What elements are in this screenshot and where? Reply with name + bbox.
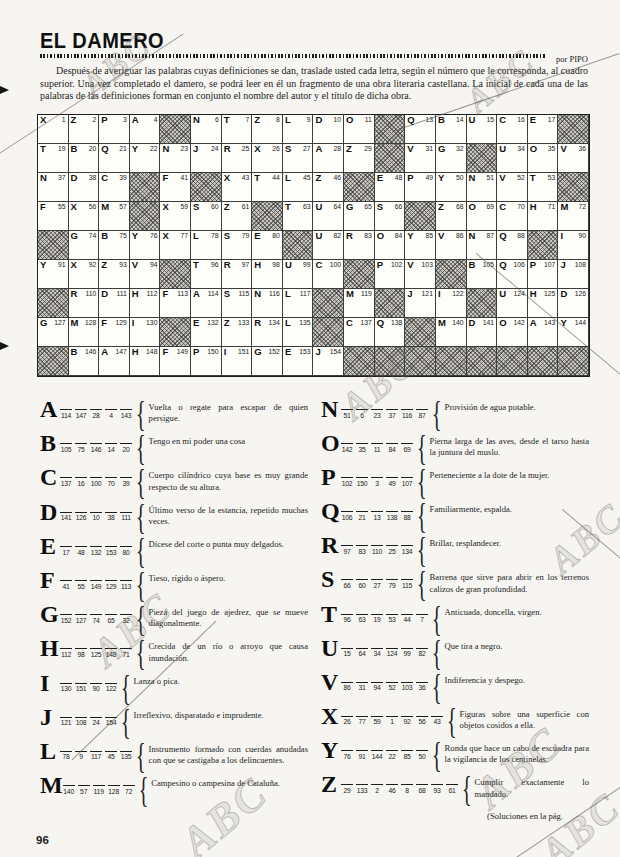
letter-cell[interactable]: G65 (344, 202, 375, 231)
clue-text: Pieza del juego de ajedrez, que se mueve… (149, 607, 308, 629)
answer-slot[interactable]: 85 (401, 750, 413, 760)
letter-cell[interactable]: P49 (405, 173, 436, 202)
letter-cell[interactable]: B75 (99, 231, 130, 260)
answer-slot[interactable]: 9 (75, 751, 87, 761)
answer-slot[interactable]: 4 (105, 409, 117, 419)
letter-cell[interactable]: Y144 (558, 318, 589, 347)
answer-slot[interactable]: 24 (90, 717, 102, 727)
letter-cell[interactable]: Q21 (99, 144, 130, 173)
letter-cell[interactable]: O11 (344, 115, 375, 144)
answer-slot[interactable]: 117 (90, 751, 102, 761)
answer-slot[interactable]: 108 (75, 717, 87, 727)
answer-slot[interactable]: 138 (386, 511, 398, 521)
answer-slot[interactable]: 53 (386, 614, 398, 624)
letter-cell[interactable]: H71 (528, 202, 559, 231)
answer-slot[interactable]: 14 (105, 443, 117, 453)
cell-number: 83 (364, 232, 372, 239)
answer-slot[interactable]: 141 (60, 512, 72, 522)
answer-slot[interactable]: 29 (341, 784, 353, 794)
letter-cell[interactable]: L135 (283, 318, 314, 347)
answer-slot[interactable]: 66 (341, 579, 353, 589)
letter-cell[interactable]: Y50 (436, 173, 467, 202)
answer-slot[interactable]: 49 (386, 477, 398, 487)
letter-cell[interactable]: V36 (558, 144, 589, 173)
cell-clue-letter: V (132, 260, 138, 270)
answer-slot[interactable]: 74 (90, 614, 102, 624)
letter-cell[interactable]: G32 (436, 144, 467, 173)
answer-slot[interactable]: 154 (105, 717, 117, 727)
answer-slot[interactable]: 21 (356, 511, 368, 521)
cell-number: 85 (425, 232, 433, 239)
slot-number: 138 (387, 514, 398, 521)
letter-cell[interactable]: J154 (313, 347, 344, 376)
answer-slot[interactable]: 61 (446, 784, 458, 794)
letter-dash (75, 443, 87, 444)
answer-slot[interactable]: 10 (90, 512, 102, 522)
letter-cell[interactable]: V52 (497, 173, 528, 202)
answer-slot[interactable]: 72 (123, 785, 135, 795)
letter-dash (416, 682, 428, 683)
answer-slot[interactable]: 41 (60, 580, 72, 590)
slot-number: 132 (91, 549, 102, 556)
letter-cell[interactable]: M140 (436, 318, 467, 347)
cell-number: 112 (147, 290, 158, 297)
letter-cell[interactable]: T63 (283, 202, 314, 231)
answer-slot[interactable]: 8 (401, 784, 413, 794)
answer-slot[interactable]: 65 (105, 614, 117, 624)
letter-cell[interactable]: C137 (344, 318, 375, 347)
answer-slot[interactable]: 112 (60, 648, 72, 658)
answer-slot[interactable]: 55 (75, 580, 87, 590)
answer-slot[interactable]: 70 (105, 477, 117, 487)
answer-slot[interactable]: 107 (401, 477, 413, 487)
slot-number: 79 (388, 582, 395, 589)
letter-cell[interactable]: C70 (497, 202, 528, 231)
letter-cell[interactable]: P150 (191, 347, 222, 376)
answer-slot[interactable]: 143 (120, 409, 132, 419)
answer-slot[interactable]: 35 (356, 443, 368, 453)
definitions-right-column: N516233711687{Provisión de agua potable.… (321, 399, 589, 821)
letter-cell[interactable]: B14 (436, 115, 467, 144)
answer-slot[interactable]: 142 (341, 443, 353, 453)
letter-cell[interactable]: J24 (191, 144, 222, 173)
letter-cell[interactable]: T53 (528, 173, 559, 202)
letter-cell[interactable]: C16 (497, 115, 528, 144)
letter-cell[interactable]: Z2 (69, 115, 100, 144)
answer-slot[interactable]: 94 (371, 682, 383, 692)
answer-slot[interactable]: 124 (386, 648, 398, 658)
letter-cell[interactable]: P107 (528, 260, 559, 289)
cell-number: 3 (123, 116, 127, 123)
answer-slot[interactable]: 59 (371, 716, 383, 726)
letter-cell[interactable]: S60 (191, 202, 222, 231)
letter-cell[interactable]: I151 (222, 347, 253, 376)
letter-cell[interactable]: T96 (191, 260, 222, 289)
answer-slot[interactable]: 148 (105, 648, 117, 658)
letter-cell[interactable]: R134 (252, 318, 283, 347)
letter-cell[interactable]: F129 (99, 318, 130, 347)
letter-cell[interactable]: Y22 (130, 144, 161, 173)
answer-slot[interactable]: 87 (416, 409, 428, 419)
answer-slot[interactable]: 69 (401, 443, 413, 453)
letter-cell[interactable]: X59 (160, 202, 191, 231)
answer-slot[interactable]: 45 (105, 751, 117, 761)
answer-slot[interactable]: 80 (120, 546, 132, 556)
answer-slot[interactable]: 116 (401, 409, 413, 419)
letter-cell[interactable]: U99 (283, 260, 314, 289)
answer-slot[interactable]: 2 (371, 784, 383, 794)
letter-cell[interactable]: A4 (130, 115, 161, 144)
answer-slot[interactable]: 114 (60, 409, 72, 419)
letter-cell[interactable]: J108 (558, 260, 589, 289)
answer-slot[interactable]: 46 (386, 784, 398, 794)
answer-slot[interactable]: 34 (371, 648, 383, 658)
letter-cell[interactable]: N6 (191, 115, 222, 144)
definitions-left-column: A114147284143{Vuelta o regate para escap… (40, 399, 308, 821)
letter-cell[interactable]: C100 (313, 260, 344, 289)
answer-slot[interactable]: 93 (431, 784, 443, 794)
answer-slot[interactable]: 149 (90, 580, 102, 590)
answer-slot[interactable]: 115 (401, 579, 413, 589)
cell-clue-letter: H (132, 347, 139, 357)
answer-slot[interactable]: 32 (120, 614, 132, 624)
letter-cell[interactable]: L117 (283, 289, 314, 318)
letter-cell[interactable]: U15 (467, 115, 498, 144)
cell-number: 129 (115, 319, 126, 326)
answer-slot[interactable]: 56 (416, 716, 428, 726)
letter-cell[interactable]: X43 (222, 173, 253, 202)
answer-slot[interactable]: 6 (356, 409, 368, 419)
letter-cell[interactable]: C39 (99, 173, 130, 202)
letter-cell[interactable]: X77 (160, 231, 191, 260)
answer-slot[interactable]: 60 (356, 579, 368, 589)
letter-cell[interactable]: G74 (69, 231, 100, 260)
answer-slot[interactable]: 17 (60, 546, 72, 556)
letter-cell[interactable]: Y85 (405, 231, 436, 260)
letter-dash (105, 409, 117, 410)
letter-cell[interactable]: L78 (191, 231, 222, 260)
letter-cell[interactable]: A143 (528, 318, 559, 347)
cell-number: 26 (272, 145, 280, 152)
answer-slot[interactable]: 150 (356, 477, 368, 487)
letter-cell[interactable]: T19 (38, 144, 69, 173)
slot-number: 22 (388, 753, 395, 760)
letter-cell[interactable]: O142 (497, 318, 528, 347)
answer-slot[interactable]: 43 (431, 716, 443, 726)
letter-cell[interactable]: E80 (252, 231, 283, 260)
answer-slot[interactable]: 99 (401, 648, 413, 658)
answer-slot[interactable]: 84 (386, 443, 398, 453)
answer-slot[interactable]: 76 (341, 750, 353, 760)
answer-slot[interactable]: 135 (120, 751, 132, 761)
answer-slot[interactable]: 57 (78, 785, 90, 795)
slot-number: 32 (122, 617, 129, 624)
answer-slot[interactable]: 83 (356, 545, 368, 555)
letter-cell[interactable]: B105 (467, 260, 498, 289)
answer-slot[interactable]: 129 (105, 580, 117, 590)
letter-cell[interactable]: Z93 (99, 260, 130, 289)
letter-cell[interactable]: H98 (252, 260, 283, 289)
letter-cell[interactable]: I90 (558, 231, 589, 260)
answer-slot[interactable]: 98 (75, 648, 87, 658)
letter-cell[interactable]: B20 (69, 144, 100, 173)
answer-slot[interactable]: 27 (371, 579, 383, 589)
letter-cell[interactable]: B146 (69, 347, 100, 376)
answer-slot[interactable]: 106 (341, 511, 353, 521)
answer-slot[interactable]: 44 (401, 614, 413, 624)
letter-cell[interactable]: N51 (467, 173, 498, 202)
letter-cell[interactable]: T7 (222, 115, 253, 144)
letter-cell[interactable]: I122 (436, 289, 467, 318)
blocked-cell (160, 115, 191, 144)
answer-slot[interactable]: 122 (105, 683, 117, 693)
letter-cell[interactable]: P102 (375, 260, 406, 289)
letter-dash (356, 750, 368, 751)
letter-dash (341, 750, 353, 751)
letter-cell[interactable]: R97 (222, 260, 253, 289)
answer-slot[interactable]: 105 (60, 443, 72, 453)
letter-cell[interactable]: F149 (160, 347, 191, 376)
letter-cell[interactable]: N37 (38, 173, 69, 202)
letter-cell[interactable]: Q88 (497, 231, 528, 260)
letter-cell[interactable]: Z8 (252, 115, 283, 144)
answer-slot[interactable]: 110 (371, 545, 383, 555)
brace-glyph: { (121, 704, 131, 739)
letter-cell[interactable]: M119 (344, 289, 375, 318)
letter-dash (75, 580, 87, 581)
letter-cell[interactable]: A28 (313, 144, 344, 173)
letter-cell[interactable]: Z29 (344, 144, 375, 173)
answer-slot[interactable]: 78 (60, 751, 72, 761)
answer-slot[interactable]: 79 (386, 579, 398, 589)
answer-slot[interactable]: 88 (401, 511, 413, 521)
letter-cell[interactable]: S27 (283, 144, 314, 173)
answer-slot[interactable]: 126 (75, 512, 87, 522)
letter-cell[interactable]: X1 (38, 115, 69, 144)
answer-slot[interactable]: 50 (416, 750, 428, 760)
answer-slot[interactable]: 38 (105, 512, 117, 522)
answer-slot[interactable]: 28 (90, 409, 102, 419)
answer-slot[interactable]: 130 (60, 683, 72, 693)
letter-cell[interactable]: Z133 (222, 318, 253, 347)
answer-slot[interactable]: 75 (75, 443, 87, 453)
cell-clue-letter: B (101, 231, 108, 241)
letter-cell[interactable]: R25 (222, 144, 253, 173)
letter-cell[interactable]: N116 (252, 289, 283, 318)
letter-cell[interactable]: O35 (528, 144, 559, 173)
answer-slot[interactable]: 71 (120, 648, 132, 658)
letter-cell[interactable]: F113 (160, 289, 191, 318)
letter-cell[interactable]: H148 (130, 347, 161, 376)
answer-slot[interactable]: 146 (90, 443, 102, 453)
letter-cell[interactable]: D38 (69, 173, 100, 202)
letter-cell[interactable]: Q106 (497, 260, 528, 289)
letter-cell[interactable]: E17 (528, 115, 559, 144)
cell-number: 49 (425, 174, 433, 181)
letter-cell[interactable]: E153 (283, 347, 314, 376)
answer-slot[interactable]: 119 (93, 785, 105, 795)
letter-cell[interactable]: Y91 (38, 260, 69, 289)
answer-slot[interactable]: 111 (120, 512, 132, 522)
letter-cell[interactable]: T44 (252, 173, 283, 202)
cell-clue-letter: I (224, 347, 227, 357)
answer-slot[interactable]: 121 (60, 717, 72, 727)
letter-cell[interactable]: S66 (375, 202, 406, 231)
answer-slot[interactable]: 151 (75, 683, 87, 693)
letter-cell[interactable]: M57 (99, 202, 130, 231)
answer-slot[interactable]: 36 (416, 682, 428, 692)
answer-slot[interactable]: 48 (75, 546, 87, 556)
answer-slot[interactable]: 100 (90, 477, 102, 487)
letter-cell[interactable]: N87 (467, 231, 498, 260)
answer-slot[interactable]: 1 (386, 716, 398, 726)
letter-cell[interactable]: A114 (191, 289, 222, 318)
letter-cell[interactable]: R110 (69, 289, 100, 318)
letter-cell[interactable]: Z61 (222, 202, 253, 231)
letter-cell[interactable]: M72 (558, 202, 589, 231)
answer-slot[interactable]: 37 (386, 409, 398, 419)
letter-cell[interactable]: F41 (160, 173, 191, 202)
answer-slot[interactable]: 91 (356, 750, 368, 760)
letter-cell[interactable]: Q13 (405, 115, 436, 144)
cell-number: 48 (395, 174, 403, 181)
letter-cell[interactable]: E48 (375, 173, 406, 202)
letter-cell[interactable]: U82 (313, 231, 344, 260)
letter-cell[interactable]: S115 (222, 289, 253, 318)
letter-cell[interactable]: S79 (222, 231, 253, 260)
letter-cell[interactable]: V86 (436, 231, 467, 260)
answer-slot[interactable]: 39 (120, 477, 132, 487)
cell-number: 60 (211, 203, 219, 210)
answer-slot[interactable]: 147 (75, 409, 87, 419)
letter-cell[interactable]: L9 (283, 115, 314, 144)
answer-slot[interactable]: 144 (371, 750, 383, 760)
letter-cell[interactable]: A147 (99, 347, 130, 376)
cell-number: 138 (391, 319, 402, 326)
clue-text: Vuelta o regate para escapar de quien pe… (149, 402, 308, 424)
answer-slot[interactable]: 77 (356, 716, 368, 726)
cell-clue-letter: H (254, 260, 261, 270)
letter-cell[interactable]: D111 (99, 289, 130, 318)
letter-cell[interactable]: P3 (99, 115, 130, 144)
answer-slot[interactable]: 103 (401, 682, 413, 692)
letter-cell[interactable]: D10 (313, 115, 344, 144)
letter-cell[interactable]: E132 (191, 318, 222, 347)
letter-cell[interactable]: V103 (405, 260, 436, 289)
answer-slot[interactable]: 96 (341, 614, 353, 624)
answer-slot[interactable]: 113 (120, 580, 132, 590)
slot-number: 59 (373, 718, 380, 725)
answer-slot[interactable]: 31 (356, 682, 368, 692)
letter-cell[interactable]: U34 (497, 144, 528, 173)
answer-slot[interactable]: 102 (341, 477, 353, 487)
answer-slot[interactable]: 26 (341, 716, 353, 726)
answer-slot[interactable]: 153 (105, 546, 117, 556)
answer-slot[interactable]: 134 (401, 545, 413, 555)
slot-number: 26 (343, 718, 350, 725)
slot-number: 83 (358, 548, 365, 555)
cell-clue-letter: B (438, 115, 445, 125)
answer-slot[interactable]: 152 (60, 614, 72, 624)
letter-cell[interactable]: F55 (38, 202, 69, 231)
letter-cell[interactable]: N23 (160, 144, 191, 173)
answer-slot[interactable]: 7 (416, 614, 428, 624)
letter-cell[interactable]: G127 (38, 318, 69, 347)
answer-slot[interactable]: 63 (356, 614, 368, 624)
letter-cell[interactable]: V94 (130, 260, 161, 289)
answer-slot[interactable]: 3 (371, 477, 383, 487)
answer-slot[interactable]: 140 (63, 785, 75, 795)
letter-dash (371, 648, 383, 649)
answer-slot[interactable]: 92 (401, 716, 413, 726)
answer-slot[interactable]: 133 (356, 784, 368, 794)
slot-number: 122 (106, 685, 117, 692)
answer-slot[interactable]: 15 (341, 648, 353, 658)
brace-glyph: { (417, 431, 427, 466)
answer-slot[interactable]: 128 (108, 785, 120, 795)
answer-slot[interactable]: 68 (416, 784, 428, 794)
letter-cell[interactable]: D141 (467, 318, 498, 347)
letter-cell[interactable]: Q138 (375, 318, 406, 347)
answer-slot[interactable]: 51 (341, 409, 353, 419)
letter-cell[interactable]: M128 (69, 318, 100, 347)
cell-number: 75 (119, 232, 127, 239)
letter-cell[interactable]: G152 (252, 347, 283, 376)
letter-cell[interactable]: J121 (405, 289, 436, 318)
answer-slot[interactable]: 97 (341, 545, 353, 555)
answer-slot[interactable]: 137 (60, 477, 72, 487)
letter-cell[interactable]: D126 (558, 289, 589, 318)
letter-cell[interactable]: Z46 (313, 173, 344, 202)
answer-slot[interactable]: 82 (416, 648, 428, 658)
letter-cell[interactable]: U124 (497, 289, 528, 318)
answer-slot[interactable]: 19 (371, 614, 383, 624)
letter-cell[interactable]: X56 (69, 202, 100, 231)
answer-slot[interactable]: 22 (386, 750, 398, 760)
letter-cell[interactable]: O84 (375, 231, 406, 260)
answer-slot[interactable]: 90 (90, 683, 102, 693)
answer-slot[interactable]: 86 (341, 682, 353, 692)
answer-slot[interactable]: 13 (371, 511, 383, 521)
answer-slot[interactable]: 125 (90, 648, 102, 658)
answer-slot[interactable]: 16 (75, 477, 87, 487)
answer-slot[interactable]: 52 (386, 682, 398, 692)
definition-F: F4155149129113{Tieso, rígido o áspero. (40, 570, 308, 595)
letter-cell[interactable]: H125 (528, 289, 559, 318)
cell-clue-letter: D (315, 115, 322, 125)
page-title: EL DAMERO (40, 28, 588, 54)
answer-slot[interactable]: 23 (371, 409, 383, 419)
letter-cell[interactable]: X92 (69, 260, 100, 289)
answer-slot[interactable]: 25 (386, 545, 398, 555)
cell-number: 66 (395, 203, 403, 210)
answer-slot[interactable]: 132 (90, 546, 102, 556)
letter-cell[interactable]: X26 (252, 144, 283, 173)
answer-slot[interactable]: 11 (371, 443, 383, 453)
answer-slot[interactable]: 127 (75, 614, 87, 624)
answer-slot[interactable]: 64 (356, 648, 368, 658)
letter-cell[interactable]: H112 (130, 289, 161, 318)
letter-cell[interactable]: V31 (405, 144, 436, 173)
answer-slot[interactable]: 20 (120, 443, 132, 453)
letter-cell[interactable]: O69 (467, 202, 498, 231)
letter-cell[interactable]: I130 (130, 318, 161, 347)
letter-cell[interactable]: R83 (344, 231, 375, 260)
letter-cell[interactable]: Y76 (130, 231, 161, 260)
letter-cell[interactable]: Z68 (436, 202, 467, 231)
letter-cell[interactable]: L45 (283, 173, 314, 202)
letter-cell[interactable]: U64 (313, 202, 344, 231)
